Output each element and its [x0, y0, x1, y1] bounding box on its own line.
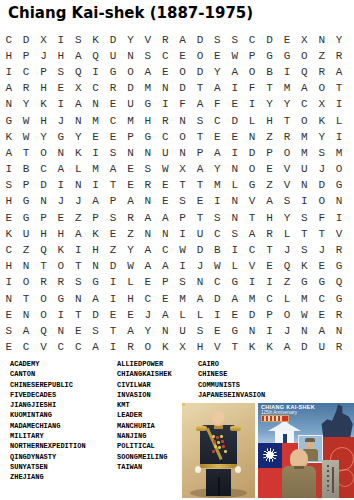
grid-cell-r19c8: A — [122, 323, 139, 339]
grid-cell-r3c20: A — [330, 64, 347, 80]
grid-cell-r9c20: O — [330, 162, 347, 178]
grid-cell-r10c12: T — [191, 178, 208, 194]
grid-cell-r13c6: K — [87, 226, 104, 242]
grid-cell-r5c1: N — [0, 97, 17, 113]
grid-cell-r4c6: C — [87, 81, 104, 97]
word-list-item: JAPANESEINVASION — [198, 390, 265, 400]
grid-cell-r12c5: Z — [70, 210, 87, 226]
grid-cell-r13c12: U — [191, 226, 208, 242]
grid-cell-r13c1: K — [0, 226, 17, 242]
grid-cell-r11c18: I — [296, 194, 313, 210]
grid-cell-r11c4: J — [52, 194, 69, 210]
grid-cell-r3c11: O — [174, 64, 191, 80]
grid-cell-r10c11: T — [174, 178, 191, 194]
grid-cell-r10c19: D — [313, 178, 330, 194]
grid-cell-r5c3: K — [35, 97, 52, 113]
grid-cell-r8c2: T — [17, 145, 34, 161]
grid-cell-r7c5: Y — [70, 129, 87, 145]
grid-cell-r10c20: G — [330, 178, 347, 194]
word-search-grid: CDXISKDYVRADSSCDEXNYHPJHAQUNSCEOEWPGGOZR… — [0, 32, 348, 356]
grid-cell-r4c8: D — [122, 81, 139, 97]
grid-cell-r20c10: K — [157, 340, 174, 356]
grid-cell-r20c17: A — [278, 340, 295, 356]
grid-cell-r12c20: I — [330, 210, 347, 226]
grid-cell-r18c6: D — [87, 307, 104, 323]
grid-cell-r3c13: Y — [209, 64, 226, 80]
word-list-item: NORTHERNEXPEDITION — [10, 441, 86, 451]
grid-cell-r16c10: P — [157, 275, 174, 291]
grid-cell-r13c17: L — [278, 226, 295, 242]
grid-cell-r7c4: G — [52, 129, 69, 145]
grid-cell-r7c7: E — [104, 129, 121, 145]
grid-cell-r11c1: H — [0, 194, 17, 210]
word-list-item: CAIRO — [198, 359, 265, 369]
grid-cell-r20c12: H — [191, 340, 208, 356]
grid-cell-r16c17: Z — [278, 275, 295, 291]
grid-cell-r3c15: O — [243, 64, 260, 80]
grid-cell-r19c9: Y — [139, 323, 156, 339]
grid-cell-r1c14: S — [226, 32, 243, 48]
word-list-column-2: ALLIEDPOWERCHIANGKAISHEKCIVILWARINVASION… — [117, 359, 172, 472]
grid-cell-r1c4: I — [52, 32, 69, 48]
grid-cell-r17c3: O — [35, 291, 52, 307]
grid-cell-r9c1: I — [0, 162, 17, 178]
grid-cell-r13c2: U — [17, 226, 34, 242]
grid-cell-r6c13: C — [209, 113, 226, 129]
grid-cell-r8c16: P — [261, 145, 278, 161]
grid-cell-r2c19: Z — [313, 48, 330, 64]
grid-cell-r16c2: O — [17, 275, 34, 291]
grid-cell-r19c11: U — [174, 323, 191, 339]
grid-cell-r11c7: P — [104, 194, 121, 210]
grid-cell-r18c12: L — [191, 307, 208, 323]
grid-cell-r20c3: V — [35, 340, 52, 356]
grid-cell-r4c16: T — [261, 81, 278, 97]
grid-cell-r3c1: I — [0, 64, 17, 80]
grid-cell-r20c7: I — [104, 340, 121, 356]
grid-cell-r20c4: C — [52, 340, 69, 356]
grid-cell-r8c9: N — [139, 145, 156, 161]
grid-cell-r14c4: K — [52, 242, 69, 258]
grid-cell-r20c15: K — [243, 340, 260, 356]
grid-cell-r2c9: S — [139, 48, 156, 64]
grid-cell-r15c3: T — [35, 259, 52, 275]
grid-cell-r19c6: S — [87, 323, 104, 339]
grid-cell-r14c5: I — [70, 242, 87, 258]
grid-cell-r10c7: T — [104, 178, 121, 194]
grid-cell-r19c17: J — [278, 323, 295, 339]
grid-cell-r1c12: D — [191, 32, 208, 48]
grid-cell-r3c6: I — [87, 64, 104, 80]
grid-cell-r12c17: Y — [278, 210, 295, 226]
grid-cell-r16c19: G — [313, 275, 330, 291]
worksheet-page: Chiang Kai-shek (1887-1975) CDXISKDYVRAD… — [0, 0, 354, 500]
grid-cell-r10c10: E — [157, 178, 174, 194]
grid-cell-r1c13: S — [209, 32, 226, 48]
grid-cell-r8c11: N — [174, 145, 191, 161]
grid-cell-r3c19: R — [313, 64, 330, 80]
grid-cell-r14c9: A — [139, 242, 156, 258]
word-list-item: CANTON — [10, 369, 86, 379]
grid-cell-r17c5: N — [70, 291, 87, 307]
grid-cell-r19c4: N — [52, 323, 69, 339]
grid-cell-r8c8: N — [122, 145, 139, 161]
grid-cell-r1c17: E — [278, 32, 295, 48]
grid-cell-r19c13: E — [209, 323, 226, 339]
grid-cell-r18c17: O — [278, 307, 295, 323]
grid-cell-r19c2: A — [17, 323, 34, 339]
grid-cell-r6c2: W — [17, 113, 34, 129]
portrait-head — [212, 411, 225, 426]
grid-cell-r17c19: C — [313, 291, 330, 307]
grid-cell-r18c8: E — [122, 307, 139, 323]
chiang-kai-shek-portrait-image — [182, 403, 255, 498]
grid-cell-r1c11: A — [174, 32, 191, 48]
grid-cell-r2c2: P — [17, 48, 34, 64]
stone-stele — [322, 460, 339, 498]
grid-cell-r3c12: D — [191, 64, 208, 80]
grid-cell-r11c19: O — [313, 194, 330, 210]
grid-cell-r15c10: A — [157, 259, 174, 275]
grid-cell-r5c2: Y — [17, 97, 34, 113]
grid-cell-r5c16: Y — [261, 97, 278, 113]
grid-cell-r14c7: Z — [104, 242, 121, 258]
grid-cell-r8c10: U — [157, 145, 174, 161]
grid-cell-r19c3: Q — [35, 323, 52, 339]
grid-cell-r1c5: S — [70, 32, 87, 48]
grid-cell-r17c11: M — [174, 291, 191, 307]
grid-cell-r3c17: I — [278, 64, 295, 80]
grid-cell-r14c15: C — [243, 242, 260, 258]
grid-cell-r8c18: M — [296, 145, 313, 161]
grid-cell-r20c11: X — [174, 340, 191, 356]
grid-cell-r16c14: G — [226, 275, 243, 291]
grid-cell-r19c7: T — [104, 323, 121, 339]
taiwan-flag-sun-icon — [263, 448, 277, 462]
grid-cell-r6c19: K — [313, 113, 330, 129]
grid-cell-r10c17: V — [278, 178, 295, 194]
grid-cell-r20c19: U — [313, 340, 330, 356]
grid-cell-r15c18: K — [296, 259, 313, 275]
grid-cell-r16c20: Q — [330, 275, 347, 291]
grid-cell-r14c2: Z — [17, 242, 34, 258]
grid-cell-r20c2: C — [17, 340, 34, 356]
grid-cell-r3c10: E — [157, 64, 174, 80]
grid-cell-r7c14: E — [226, 129, 243, 145]
grid-cell-r5c4: I — [52, 97, 69, 113]
grid-cell-r7c1: K — [0, 129, 17, 145]
grid-cell-r13c18: T — [296, 226, 313, 242]
grid-cell-r2c10: C — [157, 48, 174, 64]
word-list-item: ACADEMY — [10, 359, 86, 369]
grid-cell-r9c5: L — [70, 162, 87, 178]
grid-cell-r3c3: P — [35, 64, 52, 80]
grid-cell-r11c17: S — [278, 194, 295, 210]
grid-cell-r15c8: W — [122, 259, 139, 275]
grid-cell-r14c19: J — [313, 242, 330, 258]
grid-cell-r13c10: N — [157, 226, 174, 242]
grid-cell-r18c9: J — [139, 307, 156, 323]
grid-cell-r7c9: G — [139, 129, 156, 145]
grid-cell-r7c19: Y — [313, 129, 330, 145]
grid-cell-r16c12: N — [191, 275, 208, 291]
word-list-column-1: ACADEMYCANTONCHINESEREPUBLICFIVEDECADESJ… — [10, 359, 86, 483]
grid-cell-r5c11: F — [174, 97, 191, 113]
grid-cell-r12c11: P — [174, 210, 191, 226]
grid-cell-r6c12: S — [191, 113, 208, 129]
grid-cell-r10c18: N — [296, 178, 313, 194]
grid-cell-r8c20: M — [330, 145, 347, 161]
grid-cell-r5c5: A — [70, 97, 87, 113]
grid-cell-r1c10: R — [157, 32, 174, 48]
grid-cell-r15c6: N — [87, 259, 104, 275]
grid-cell-r15c1: H — [0, 259, 17, 275]
word-list-item: ALLIEDPOWER — [117, 359, 172, 369]
grid-cell-r12c12: T — [191, 210, 208, 226]
grid-cell-r6c6: M — [87, 113, 104, 129]
grid-cell-r7c16: Z — [261, 129, 278, 145]
grid-cell-r20c9: O — [139, 340, 156, 356]
grid-cell-r9c19: J — [313, 162, 330, 178]
grid-cell-r18c3: O — [35, 307, 52, 323]
grid-cell-r15c9: A — [139, 259, 156, 275]
grid-cell-r18c5: T — [70, 307, 87, 323]
grid-cell-r8c14: I — [226, 145, 243, 161]
word-list-item: MADAMECHIANG — [10, 421, 86, 431]
grid-cell-r8c6: I — [87, 145, 104, 161]
grid-cell-r7c15: N — [243, 129, 260, 145]
grid-cell-r12c15: T — [243, 210, 260, 226]
grid-cell-r4c3: H — [35, 81, 52, 97]
word-list-item: POLITICAL — [117, 441, 172, 451]
grid-cell-r7c17: R — [278, 129, 295, 145]
portrait-medals — [182, 403, 185, 406]
grid-cell-r14c12: D — [191, 242, 208, 258]
word-list-item: NANJING — [117, 431, 172, 441]
grid-cell-r11c6: A — [87, 194, 104, 210]
grid-cell-r12c2: G — [17, 210, 34, 226]
grid-cell-r6c7: C — [104, 113, 121, 129]
grid-cell-r11c20: N — [330, 194, 347, 210]
grid-cell-r8c19: S — [313, 145, 330, 161]
portrait-belt — [200, 464, 237, 468]
grid-cell-r13c4: H — [52, 226, 69, 242]
grid-cell-r9c13: Y — [209, 162, 226, 178]
grid-cell-r20c18: D — [296, 340, 313, 356]
word-list-column-3: CAIROCHINESECOMMUNISTSJAPANESEINVASION — [198, 359, 265, 400]
grid-cell-r8c15: D — [243, 145, 260, 161]
grid-cell-r8c4: N — [52, 145, 69, 161]
grid-cell-r1c6: K — [87, 32, 104, 48]
grid-cell-r16c18: G — [296, 275, 313, 291]
grid-cell-r4c10: N — [157, 81, 174, 97]
anniversary-stamp-image: CHIANG KAI-SHEK 125th Anniversary — [258, 403, 354, 498]
grid-cell-r2c6: Q — [87, 48, 104, 64]
stele-inscription-marks — [327, 465, 329, 491]
grid-cell-r14c20: R — [330, 242, 347, 258]
grid-cell-r2c16: G — [261, 48, 278, 64]
grid-cell-r17c17: L — [278, 291, 295, 307]
grid-cell-r5c12: A — [191, 97, 208, 113]
grid-cell-r14c18: S — [296, 242, 313, 258]
grid-cell-r11c14: N — [226, 194, 243, 210]
grid-cell-r19c1: S — [0, 323, 17, 339]
grid-cell-r6c3: H — [35, 113, 52, 129]
grid-cell-r12c6: P — [87, 210, 104, 226]
grid-cell-r6c10: R — [157, 113, 174, 129]
grid-cell-r15c7: D — [104, 259, 121, 275]
grid-cell-r8c12: P — [191, 145, 208, 161]
grid-cell-r6c20: L — [330, 113, 347, 129]
word-list-item: COMMUNISTS — [198, 380, 265, 390]
word-list-item: QINGDYNASTY — [10, 452, 86, 462]
grid-cell-r15c2: N — [17, 259, 34, 275]
grid-cell-r11c5: J — [70, 194, 87, 210]
grid-cell-r1c2: D — [17, 32, 34, 48]
grid-cell-r5c10: I — [157, 97, 174, 113]
grid-cell-r5c14: E — [226, 97, 243, 113]
grid-cell-r12c14: N — [226, 210, 243, 226]
portrait-glove-right — [235, 466, 241, 473]
bust-collar — [294, 466, 304, 469]
grid-cell-r17c4: G — [52, 291, 69, 307]
grid-cell-r10c14: L — [226, 178, 243, 194]
grid-cell-r3c2: C — [17, 64, 34, 80]
grid-cell-r18c10: A — [157, 307, 174, 323]
grid-cell-r16c13: C — [209, 275, 226, 291]
stamp-subtitle: 125th Anniversary — [261, 410, 297, 415]
grid-cell-r2c17: G — [278, 48, 295, 64]
grid-cell-r10c6: I — [87, 178, 104, 194]
grid-cell-r6c4: J — [52, 113, 69, 129]
grid-cell-r4c9: M — [139, 81, 156, 97]
grid-cell-r4c2: R — [17, 81, 34, 97]
grid-cell-r6c18: O — [296, 113, 313, 129]
grid-cell-r4c1: A — [0, 81, 17, 97]
word-list-item: MANCHURIA — [117, 421, 172, 431]
grid-cell-r6c5: N — [70, 113, 87, 129]
grid-cell-r12c1: E — [0, 210, 17, 226]
grid-cell-r18c20: R — [330, 307, 347, 323]
grid-cell-r16c8: L — [122, 275, 139, 291]
grid-cell-r19c16: I — [261, 323, 278, 339]
grid-cell-r6c17: T — [278, 113, 295, 129]
grid-cell-r17c20: G — [330, 291, 347, 307]
grid-cell-r13c3: H — [35, 226, 52, 242]
grid-cell-r4c4: E — [52, 81, 69, 97]
grid-cell-r9c10: W — [157, 162, 174, 178]
grid-cell-r15c13: W — [209, 259, 226, 275]
grid-cell-r5c13: F — [209, 97, 226, 113]
grid-cell-r4c7: R — [104, 81, 121, 97]
grid-cell-r16c4: R — [52, 275, 69, 291]
grid-cell-r17c6: A — [87, 291, 104, 307]
grid-cell-r10c15: G — [243, 178, 260, 194]
grid-cell-r1c3: X — [35, 32, 52, 48]
grid-cell-r18c11: L — [174, 307, 191, 323]
grid-cell-r12c3: P — [35, 210, 52, 226]
portrait-glove-left — [195, 466, 201, 473]
portrait-uniform-torso — [200, 425, 237, 467]
grid-cell-r19c15: N — [243, 323, 260, 339]
word-list-item: CHINESE — [198, 369, 265, 379]
grid-cell-r4c11: D — [174, 81, 191, 97]
grid-cell-r11c11: S — [174, 194, 191, 210]
grid-cell-r17c8: H — [122, 291, 139, 307]
grid-cell-r9c15: O — [243, 162, 260, 178]
grid-cell-r13c19: T — [313, 226, 330, 242]
grid-cell-r8c13: A — [209, 145, 226, 161]
grid-cell-r18c1: E — [0, 307, 17, 323]
grid-cell-r18c2: N — [17, 307, 34, 323]
grid-cell-r4c5: X — [70, 81, 87, 97]
grid-cell-r9c18: U — [296, 162, 313, 178]
grid-cell-r16c11: S — [174, 275, 191, 291]
grid-cell-r9c11: X — [174, 162, 191, 178]
grid-cell-r2c5: A — [70, 48, 87, 64]
grid-cell-r4c18: A — [296, 81, 313, 97]
grid-cell-r7c20: I — [330, 129, 347, 145]
grid-cell-r12c19: F — [313, 210, 330, 226]
grid-cell-r18c14: E — [226, 307, 243, 323]
grid-cell-r2c1: H — [0, 48, 17, 64]
grid-cell-r2c7: U — [104, 48, 121, 64]
grid-cell-r16c16: I — [261, 275, 278, 291]
grid-cell-r14c8: Y — [122, 242, 139, 258]
grid-cell-r1c1: C — [0, 32, 17, 48]
grid-cell-r20c13: V — [209, 340, 226, 356]
grid-cell-r14c11: W — [174, 242, 191, 258]
grid-cell-r3c18: Q — [296, 64, 313, 80]
grid-cell-r12c8: R — [122, 210, 139, 226]
grid-cell-r14c6: H — [87, 242, 104, 258]
grid-cell-r12c4: E — [52, 210, 69, 226]
word-list-item: KMT — [117, 400, 172, 410]
grid-cell-r15c17: Q — [278, 259, 295, 275]
grid-cell-r6c15: L — [243, 113, 260, 129]
grid-cell-r7c13: E — [209, 129, 226, 145]
grid-cell-r10c16: Z — [261, 178, 278, 194]
grid-cell-r19c10: N — [157, 323, 174, 339]
grid-cell-r17c18: M — [296, 291, 313, 307]
grid-cell-r9c3: C — [35, 162, 52, 178]
grid-cell-r3c14: A — [226, 64, 243, 80]
grid-cell-r7c12: T — [191, 129, 208, 145]
grid-cell-r7c3: Y — [35, 129, 52, 145]
grid-cell-r1c9: V — [139, 32, 156, 48]
grid-cell-r18c19: E — [313, 307, 330, 323]
grid-cell-r15c11: I — [174, 259, 191, 275]
grid-cell-r10c8: E — [122, 178, 139, 194]
grid-cell-r2c20: R — [330, 48, 347, 64]
word-list-item: CHINESEREPUBLIC — [10, 380, 86, 390]
grid-cell-r6c8: M — [122, 113, 139, 129]
grid-cell-r9c6: M — [87, 162, 104, 178]
grid-cell-r4c20: T — [330, 81, 347, 97]
grid-cell-r1c8: Y — [122, 32, 139, 48]
grid-cell-r5c7: E — [104, 97, 121, 113]
grid-cell-r10c3: D — [35, 178, 52, 194]
grid-cell-r13c15: A — [243, 226, 260, 242]
grid-cell-r10c13: M — [209, 178, 226, 194]
grid-cell-r9c14: N — [226, 162, 243, 178]
grid-cell-r20c8: R — [122, 340, 139, 356]
grid-cell-r14c13: B — [209, 242, 226, 258]
grid-cell-r2c12: O — [191, 48, 208, 64]
grid-cell-r15c20: G — [330, 259, 347, 275]
word-list-item: SUNYATSEN — [10, 462, 86, 472]
grid-cell-r16c1: I — [0, 275, 17, 291]
